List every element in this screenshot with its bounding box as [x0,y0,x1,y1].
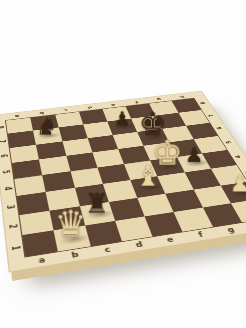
rank-label-right-8: 8 [190,99,216,107]
white-queen-b1: ♛ [45,206,96,242]
white-pawn-h2: ♟ [217,173,246,195]
product-photo: abcdefgh abcdefgh 12345678 12345678 ♞♟♚♟… [0,0,246,328]
black-knight-b7: ♞ [26,114,67,138]
rank-label-right-6: 6 [206,123,234,132]
white-bishop-e3: ♝ [125,162,171,190]
chess-board: abcdefgh abcdefgh 12345678 12345678 ♞♟♚♟… [0,91,246,273]
